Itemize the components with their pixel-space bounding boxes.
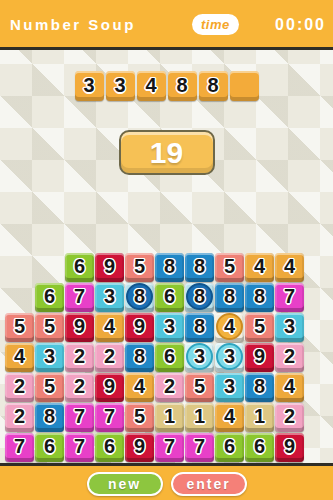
board-tile-selected[interactable]: 8 [185,283,214,312]
tile-number: 8 [125,283,154,312]
board-tile[interactable]: 3 [155,313,184,342]
tile-number: 4 [245,253,274,282]
tile-number: 2 [275,343,304,372]
tile-number: 7 [155,433,184,462]
board-tile[interactable]: 8 [185,253,214,282]
tile-number: 6 [155,343,184,372]
board-tile-selected[interactable]: 4 [215,313,244,342]
board-tile[interactable]: 5 [35,313,64,342]
board-tile[interactable]: 6 [245,433,274,462]
tile-number: 9 [125,433,154,462]
tile-number: 4 [275,253,304,282]
board-tile[interactable]: 7 [65,283,94,312]
tile-number: 8 [155,253,184,282]
board-tile[interactable]: 5 [35,373,64,402]
board-tile[interactable]: 4 [215,403,244,432]
tile-number: 5 [185,373,214,402]
tile-number: 3 [275,313,304,342]
tile-number: 3 [95,283,124,312]
tile-number: 6 [65,253,94,282]
tile-number: 2 [275,403,304,432]
tile-number: 6 [245,433,274,462]
board-tile[interactable]: 7 [95,403,124,432]
board-tile[interactable]: 5 [215,253,244,282]
tile-number: 7 [5,433,34,462]
tile-number: 8 [185,313,214,342]
new-button[interactable]: new [87,472,163,496]
tile-number: 3 [215,343,244,372]
board-tile[interactable]: 7 [155,433,184,462]
board-tile[interactable]: 7 [185,433,214,462]
tile-number: 4 [215,313,244,342]
tile-number: 5 [215,253,244,282]
tile-number: 6 [95,433,124,462]
board-tile[interactable]: 5 [5,313,34,342]
board-tile[interactable]: 9 [95,373,124,402]
board-tile[interactable]: 2 [5,403,34,432]
board-tile[interactable]: 7 [65,403,94,432]
tile-number: 3 [35,343,64,372]
board-tile[interactable]: 8 [125,343,154,372]
board-tile[interactable]: 9 [125,313,154,342]
board-tile[interactable]: 4 [245,253,274,282]
tile-number: 9 [65,313,94,342]
board-tile[interactable]: 5 [125,403,154,432]
board-tile[interactable]: 8 [245,373,274,402]
tile-number: 6 [215,433,244,462]
tile-number: 5 [35,373,64,402]
tile-number: 5 [35,313,64,342]
board-tile[interactable]: 1 [185,403,214,432]
board-tile[interactable]: 7 [275,283,304,312]
tile-number: 2 [5,373,34,402]
tile-number: 1 [245,403,274,432]
board-tile[interactable]: 6 [155,343,184,372]
tile-number: 1 [185,403,214,432]
tile-number: 4 [275,373,304,402]
board-tile[interactable]: 1 [245,403,274,432]
tile-number: 8 [245,373,274,402]
board-tile[interactable]: 2 [65,373,94,402]
board-tile[interactable]: 5 [245,313,274,342]
board-tile[interactable]: 6 [35,433,64,462]
tile-number: 9 [95,373,124,402]
tile-number: 5 [245,313,274,342]
board-tile[interactable]: 9 [275,433,304,462]
tile-number: 2 [155,373,184,402]
tile-number: 4 [215,403,244,432]
board-tile[interactable]: 9 [95,253,124,282]
tile-number: 8 [215,283,244,312]
board-tile[interactable]: 4 [95,313,124,342]
tile-number: 2 [95,343,124,372]
board-tile[interactable]: 5 [185,373,214,402]
board-tile[interactable]: 3 [95,283,124,312]
board-tile[interactable]: 6 [95,433,124,462]
tile-number: 4 [125,373,154,402]
board-tile-selected[interactable]: 8 [125,283,154,312]
tile-number: 5 [5,313,34,342]
tile-number: 2 [65,343,94,372]
tile-number: 8 [125,343,154,372]
tile-number: 7 [65,283,94,312]
tile-number: 6 [35,433,64,462]
board-tile[interactable]: 1 [155,403,184,432]
board-tile[interactable]: 8 [245,283,274,312]
board-tile[interactable]: 8 [35,403,64,432]
tile-number: 4 [95,313,124,342]
board-tile[interactable]: 2 [275,343,304,372]
tile-number: 9 [245,343,274,372]
tile-number: 8 [245,283,274,312]
tile-number: 5 [125,403,154,432]
board-tile[interactable]: 5 [125,253,154,282]
board-tile[interactable]: 4 [5,343,34,372]
tile-number: 8 [185,283,214,312]
tile-number: 6 [35,283,64,312]
board-tile[interactable]: 4 [275,253,304,282]
tile-number: 3 [155,313,184,342]
board-tile[interactable]: 6 [35,283,64,312]
board-tile[interactable]: 4 [125,373,154,402]
footer-bar: new enter [0,463,333,500]
tile-number: 7 [185,433,214,462]
board-tile[interactable]: 6 [155,283,184,312]
tile-number: 2 [5,403,34,432]
board-tile[interactable]: 3 [215,373,244,402]
board-tile-selected[interactable]: 3 [215,343,244,372]
tile-number: 7 [275,283,304,312]
board-tile[interactable]: 2 [275,403,304,432]
board-tile[interactable]: 7 [5,433,34,462]
board-tile[interactable]: 4 [275,373,304,402]
board-tile[interactable]: 8 [215,283,244,312]
tile-number: 1 [155,403,184,432]
tile-number: 9 [95,253,124,282]
board-tile[interactable]: 2 [65,343,94,372]
board-tile[interactable]: 2 [155,373,184,402]
tile-number: 7 [65,433,94,462]
tile-number: 9 [275,433,304,462]
tile-number: 3 [185,343,214,372]
tile-number: 8 [185,253,214,282]
number-board: 6958854467386888755949384534322863392252… [0,0,333,500]
game-screen: Number Soup time 00:00 33488 19 69588544… [0,0,333,500]
board-tile[interactable]: 3 [35,343,64,372]
tile-number: 7 [95,403,124,432]
tile-number: 2 [65,373,94,402]
tile-number: 3 [215,373,244,402]
board-tile[interactable]: 6 [65,253,94,282]
board-tile[interactable]: 2 [5,373,34,402]
board-tile[interactable]: 9 [125,433,154,462]
tile-number: 7 [65,403,94,432]
board-tile[interactable]: 3 [275,313,304,342]
tile-number: 6 [155,283,184,312]
tile-number: 4 [5,343,34,372]
board-tile[interactable]: 9 [245,343,274,372]
board-tile[interactable]: 2 [95,343,124,372]
board-tile[interactable]: 7 [65,433,94,462]
board-tile[interactable]: 8 [155,253,184,282]
board-tile[interactable]: 6 [215,433,244,462]
board-tile[interactable]: 8 [185,313,214,342]
board-tile-selected[interactable]: 3 [185,343,214,372]
tile-number: 5 [125,253,154,282]
board-tile[interactable]: 9 [65,313,94,342]
tile-number: 9 [125,313,154,342]
tile-number: 8 [35,403,64,432]
enter-button[interactable]: enter [171,472,247,496]
